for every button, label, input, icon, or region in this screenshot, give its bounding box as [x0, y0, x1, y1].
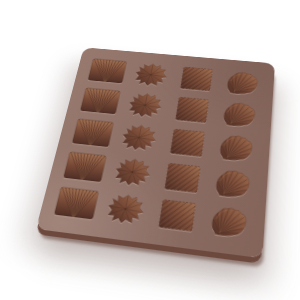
- cavity-shell: [213, 132, 258, 164]
- cavity-fan: [78, 87, 122, 115]
- cavity-square: [159, 161, 206, 194]
- chocolate-mold: [36, 47, 275, 258]
- cavity-leaf: [130, 62, 172, 89]
- cavity-square: [170, 95, 214, 124]
- cavity-leaf: [109, 156, 156, 189]
- cavity-leaf: [102, 192, 150, 227]
- cavity-square: [152, 198, 200, 234]
- cavity-grid: [52, 58, 263, 240]
- cavity-fan: [52, 186, 101, 221]
- cavity-shell: [217, 100, 260, 130]
- photo-background: [0, 0, 300, 300]
- cavity-square: [164, 127, 209, 158]
- cavity-square: [175, 65, 217, 92]
- cavity-shell: [209, 167, 255, 201]
- cavity-fan: [86, 58, 129, 84]
- cavity-shell: [204, 204, 252, 241]
- cavity-leaf: [117, 123, 162, 154]
- cavity-leaf: [124, 91, 168, 120]
- cavity-shell: [221, 69, 263, 97]
- cavity-fan: [70, 118, 115, 148]
- cavity-fan: [61, 151, 108, 183]
